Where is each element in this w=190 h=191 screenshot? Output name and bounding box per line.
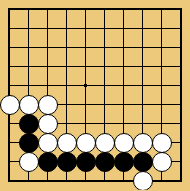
star-point	[84, 84, 87, 87]
white-stone	[57, 133, 77, 153]
white-stone	[19, 152, 39, 172]
black-stone	[38, 152, 58, 172]
go-board[interactable]	[0, 0, 190, 190]
white-stone	[38, 133, 58, 153]
white-stone	[95, 133, 115, 153]
white-stone	[19, 95, 39, 115]
stones-layer	[0, 0, 190, 190]
white-stone	[0, 95, 20, 115]
black-stone	[76, 152, 96, 172]
black-stone	[19, 133, 39, 153]
white-stone	[76, 133, 96, 153]
white-stone	[152, 152, 172, 172]
black-stone	[19, 114, 39, 134]
black-stone	[133, 152, 153, 172]
white-stone	[152, 133, 172, 153]
white-stone	[133, 133, 153, 153]
black-stone	[95, 152, 115, 172]
black-stone	[114, 152, 134, 172]
white-stone	[38, 114, 58, 134]
black-stone	[57, 152, 77, 172]
white-stone	[38, 95, 58, 115]
white-stone	[114, 133, 134, 153]
white-stone	[133, 171, 153, 191]
